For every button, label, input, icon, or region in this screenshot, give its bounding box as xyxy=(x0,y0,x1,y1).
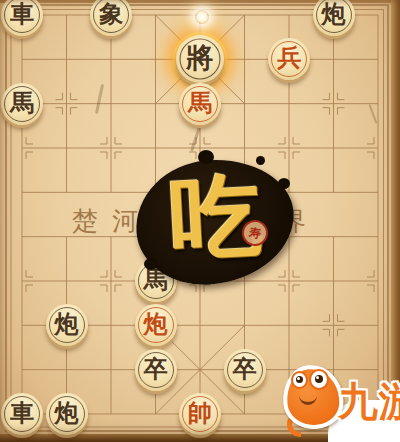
piece-black-車-f1r10[interactable]: 車 xyxy=(1,393,43,435)
piece-black-炮-f2r10[interactable]: 炮 xyxy=(46,393,88,435)
piece-black-馬-f1r3[interactable]: 馬 xyxy=(1,83,43,125)
piece-black-炮-f2r8[interactable]: 炮 xyxy=(46,304,88,346)
9game-brand-text: 九游 xyxy=(338,374,400,429)
piece-black-將-f5r2[interactable]: 將 xyxy=(176,35,224,83)
piece-black-卒-f4r9[interactable]: 卒 xyxy=(135,349,177,391)
piece-red-炮-f4r8[interactable]: 炮 xyxy=(135,304,177,346)
piece-black-馬-f4r7[interactable]: 馬 xyxy=(135,260,177,302)
piece-black-卒-f6r9[interactable]: 卒 xyxy=(224,349,266,391)
sparkle-effect-icon xyxy=(195,10,209,24)
piece-red-帥-f5r10[interactable]: 帥 xyxy=(179,393,221,435)
river-label-han-jie: 漢界 xyxy=(240,204,320,239)
xiangqi-board: 楚河 漢界 車象炮將兵馬馬馬炮炮卒卒車炮帥 吃 寿 九游 xyxy=(0,0,400,442)
river-label-chu-he: 楚河 xyxy=(72,204,152,239)
9game-mascot-icon xyxy=(281,363,341,429)
piece-red-馬-f5r3[interactable]: 馬 xyxy=(179,83,221,125)
